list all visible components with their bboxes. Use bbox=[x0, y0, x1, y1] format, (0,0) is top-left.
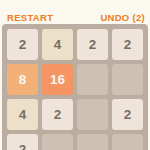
tile-2: 2 bbox=[112, 29, 143, 60]
app-screen: RESTART UNDO (2) 24228164222 bbox=[0, 0, 150, 150]
empty-cell bbox=[77, 64, 108, 95]
empty-cell bbox=[112, 134, 143, 150]
empty-cell bbox=[77, 134, 108, 150]
undo-button[interactable]: UNDO (2) bbox=[100, 12, 145, 23]
tile-16: 16 bbox=[42, 64, 73, 95]
tile-4: 4 bbox=[42, 29, 73, 60]
empty-cell bbox=[112, 64, 143, 95]
tile-2: 2 bbox=[7, 134, 38, 150]
empty-cell bbox=[77, 99, 108, 130]
tile-2: 2 bbox=[77, 29, 108, 60]
tile-2: 2 bbox=[42, 99, 73, 130]
top-bar: RESTART UNDO (2) bbox=[7, 12, 145, 23]
tile-8: 8 bbox=[7, 64, 38, 95]
restart-button[interactable]: RESTART bbox=[7, 12, 53, 23]
game-board[interactable]: 24228164222 bbox=[2, 24, 148, 150]
tile-4: 4 bbox=[7, 99, 38, 130]
tile-2: 2 bbox=[7, 29, 38, 60]
tile-2: 2 bbox=[112, 99, 143, 130]
empty-cell bbox=[42, 134, 73, 150]
